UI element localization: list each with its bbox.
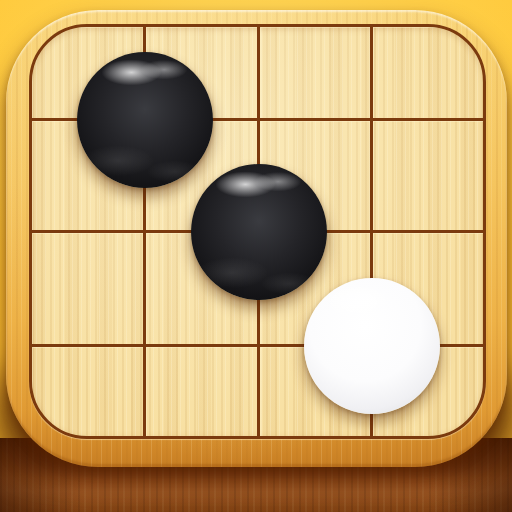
stone-black [77,52,213,188]
stone-white [304,278,440,414]
stones-layer [32,27,483,436]
go-app-icon[interactable] [0,0,512,512]
go-board [6,10,507,467]
board-playing-area [29,24,486,439]
stone-black [191,164,327,300]
